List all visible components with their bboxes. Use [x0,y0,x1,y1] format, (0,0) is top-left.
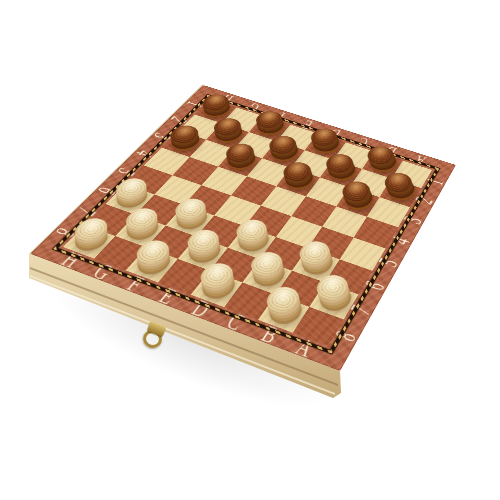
brass-clasp [141,323,173,349]
product-photo: HGFEDCBA HGFEDCBA 12345678 12345678 [0,0,500,500]
